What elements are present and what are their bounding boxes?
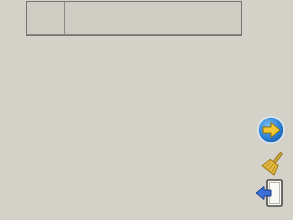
exit-button[interactable] xyxy=(254,178,284,208)
clean-button[interactable] xyxy=(258,149,288,179)
nonogram-board xyxy=(26,1,242,36)
door-exit-icon xyxy=(254,178,286,208)
forward-button[interactable] xyxy=(256,115,286,145)
broom-icon xyxy=(258,149,288,179)
column-clues xyxy=(65,2,241,35)
clue-corner xyxy=(27,2,65,35)
arrow-right-circle-icon xyxy=(256,115,286,145)
app-window: { "game": "nonogram", "puzzle_image": "d… xyxy=(0,0,293,220)
